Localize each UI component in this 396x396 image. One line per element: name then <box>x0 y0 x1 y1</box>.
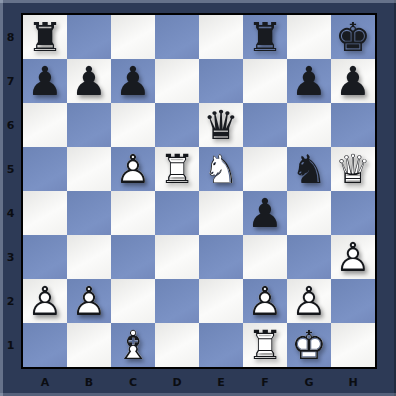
square-g8[interactable] <box>287 15 331 59</box>
square-d6[interactable] <box>155 103 199 147</box>
square-a5[interactable] <box>23 147 67 191</box>
square-d5[interactable]: ♜♖ <box>155 147 199 191</box>
black-pawn-h7[interactable]: ♟ <box>331 59 375 103</box>
square-a8[interactable]: ♜ <box>23 15 67 59</box>
square-e7[interactable] <box>199 59 243 103</box>
square-c1[interactable]: ♝♗ <box>111 323 155 367</box>
square-c3[interactable] <box>111 235 155 279</box>
rank-label-5: 5 <box>0 147 21 191</box>
rank-label-1: 1 <box>0 323 21 367</box>
white-king-g1[interactable]: ♚♔ <box>287 323 331 367</box>
file-label-c: C <box>111 369 155 395</box>
square-h4[interactable] <box>331 191 375 235</box>
rank-label-8: 8 <box>0 15 21 59</box>
square-d7[interactable] <box>155 59 199 103</box>
square-h6[interactable] <box>331 103 375 147</box>
square-e8[interactable] <box>199 15 243 59</box>
square-h8[interactable]: ♚ <box>331 15 375 59</box>
square-b1[interactable] <box>67 323 111 367</box>
rank-label-2: 2 <box>0 279 21 323</box>
square-h7[interactable]: ♟ <box>331 59 375 103</box>
square-a1[interactable] <box>23 323 67 367</box>
square-b8[interactable] <box>67 15 111 59</box>
square-e1[interactable] <box>199 323 243 367</box>
white-pawn-f2[interactable]: ♟♙ <box>243 279 287 323</box>
black-pawn-c7[interactable]: ♟ <box>111 59 155 103</box>
white-pawn-h3[interactable]: ♟♙ <box>331 235 375 279</box>
square-h2[interactable] <box>331 279 375 323</box>
square-f2[interactable]: ♟♙ <box>243 279 287 323</box>
square-f3[interactable] <box>243 235 287 279</box>
square-g7[interactable]: ♟ <box>287 59 331 103</box>
square-a6[interactable] <box>23 103 67 147</box>
black-king-h8[interactable]: ♚ <box>331 15 375 59</box>
black-pawn-f4[interactable]: ♟ <box>243 191 287 235</box>
square-c6[interactable] <box>111 103 155 147</box>
square-f1[interactable]: ♜♖ <box>243 323 287 367</box>
square-d8[interactable] <box>155 15 199 59</box>
white-pawn-b2[interactable]: ♟♙ <box>67 279 111 323</box>
square-f6[interactable] <box>243 103 287 147</box>
file-label-b: B <box>67 369 111 395</box>
board-frame: 87654321 ♜♜♚♟♟♟♟♟♛♟♙♜♖♞♘♞♛♕♟♟♙♟♙♟♙♟♙♟♙♝♗… <box>0 0 396 396</box>
chess-board: ♜♜♚♟♟♟♟♟♛♟♙♜♖♞♘♞♛♕♟♟♙♟♙♟♙♟♙♟♙♝♗♜♖♚♔ <box>21 13 377 369</box>
square-e2[interactable] <box>199 279 243 323</box>
square-g2[interactable]: ♟♙ <box>287 279 331 323</box>
rank-label-3: 3 <box>0 235 21 279</box>
black-pawn-a7[interactable]: ♟ <box>23 59 67 103</box>
black-queen-e6[interactable]: ♛ <box>199 103 243 147</box>
square-b5[interactable] <box>67 147 111 191</box>
square-g3[interactable] <box>287 235 331 279</box>
square-a4[interactable] <box>23 191 67 235</box>
square-f5[interactable] <box>243 147 287 191</box>
rank-labels: 87654321 <box>0 15 21 367</box>
square-g6[interactable] <box>287 103 331 147</box>
square-c5[interactable]: ♟♙ <box>111 147 155 191</box>
file-label-h: H <box>331 369 375 395</box>
square-f8[interactable]: ♜ <box>243 15 287 59</box>
rank-label-6: 6 <box>0 103 21 147</box>
file-label-f: F <box>243 369 287 395</box>
square-d2[interactable] <box>155 279 199 323</box>
black-rook-f8[interactable]: ♜ <box>243 15 287 59</box>
white-knight-e5[interactable]: ♞♘ <box>199 147 243 191</box>
file-label-d: D <box>155 369 199 395</box>
white-rook-f1[interactable]: ♜♖ <box>243 323 287 367</box>
square-c7[interactable]: ♟ <box>111 59 155 103</box>
white-pawn-c5[interactable]: ♟♙ <box>111 147 155 191</box>
square-e5[interactable]: ♞♘ <box>199 147 243 191</box>
white-pawn-g2[interactable]: ♟♙ <box>287 279 331 323</box>
square-f7[interactable] <box>243 59 287 103</box>
white-pawn-a2[interactable]: ♟♙ <box>23 279 67 323</box>
black-pawn-b7[interactable]: ♟ <box>67 59 111 103</box>
white-queen-h5[interactable]: ♛♕ <box>331 147 375 191</box>
square-g5[interactable]: ♞ <box>287 147 331 191</box>
square-b7[interactable]: ♟ <box>67 59 111 103</box>
white-rook-d5[interactable]: ♜♖ <box>155 147 199 191</box>
square-e3[interactable] <box>199 235 243 279</box>
square-b2[interactable]: ♟♙ <box>67 279 111 323</box>
rank-label-7: 7 <box>0 59 21 103</box>
square-d3[interactable] <box>155 235 199 279</box>
black-knight-g5[interactable]: ♞ <box>287 147 331 191</box>
square-d1[interactable] <box>155 323 199 367</box>
square-f4[interactable]: ♟ <box>243 191 287 235</box>
square-h3[interactable]: ♟♙ <box>331 235 375 279</box>
square-a2[interactable]: ♟♙ <box>23 279 67 323</box>
square-c4[interactable] <box>111 191 155 235</box>
square-b6[interactable] <box>67 103 111 147</box>
black-rook-a8[interactable]: ♜ <box>23 15 67 59</box>
file-labels: ABCDEFGH <box>23 369 375 395</box>
rank-label-4: 4 <box>0 191 21 235</box>
white-bishop-c1[interactable]: ♝♗ <box>111 323 155 367</box>
file-label-g: G <box>287 369 331 395</box>
file-label-e: E <box>199 369 243 395</box>
square-b3[interactable] <box>67 235 111 279</box>
square-d4[interactable] <box>155 191 199 235</box>
square-e4[interactable] <box>199 191 243 235</box>
square-c8[interactable] <box>111 15 155 59</box>
square-a3[interactable] <box>23 235 67 279</box>
square-h1[interactable] <box>331 323 375 367</box>
black-pawn-g7[interactable]: ♟ <box>287 59 331 103</box>
square-g1[interactable]: ♚♔ <box>287 323 331 367</box>
file-label-a: A <box>23 369 67 395</box>
square-g4[interactable] <box>287 191 331 235</box>
square-e6[interactable]: ♛ <box>199 103 243 147</box>
square-h5[interactable]: ♛♕ <box>331 147 375 191</box>
square-b4[interactable] <box>67 191 111 235</box>
square-c2[interactable] <box>111 279 155 323</box>
square-a7[interactable]: ♟ <box>23 59 67 103</box>
